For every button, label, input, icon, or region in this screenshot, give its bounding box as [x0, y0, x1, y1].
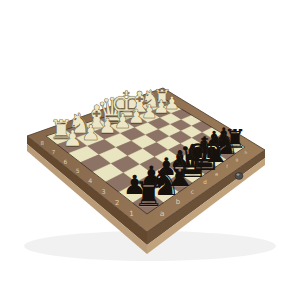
file-label: d: [203, 179, 207, 185]
rank-label: 5: [76, 167, 80, 174]
chess-set-photo: abcdefgh12345678 ♜♞♝♛♚♝♞♜♟♟♟♟♟♟♟♟♟♟♟♟♟♟♟…: [0, 0, 300, 300]
file-label: a: [160, 209, 165, 218]
file-label: h: [245, 150, 248, 155]
chess-board: abcdefgh12345678: [0, 0, 300, 300]
rank-label: 2: [115, 199, 119, 207]
rank-label: 6: [64, 159, 68, 165]
clasp-latch: [235, 173, 243, 180]
file-label: b: [176, 198, 181, 206]
clasp-highlight: [236, 174, 239, 176]
file-label: c: [190, 188, 194, 195]
file-label: e: [215, 171, 218, 177]
rank-label: 1: [129, 209, 134, 218]
rank-label: 7: [52, 149, 56, 155]
file-label: g: [236, 157, 239, 162]
rank-label: 8: [41, 140, 45, 146]
rank-label: 3: [101, 188, 105, 196]
rank-label: 4: [88, 177, 92, 184]
